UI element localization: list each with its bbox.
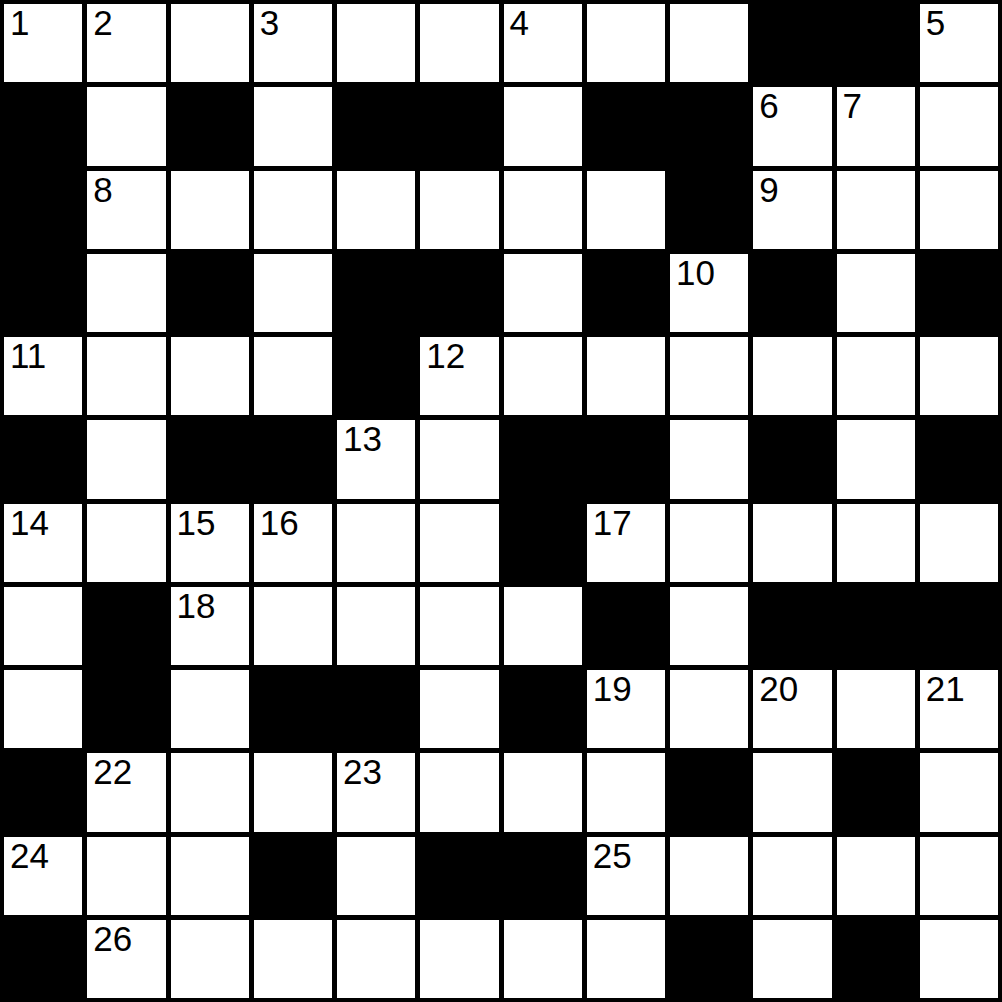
clue-number: 13 bbox=[343, 421, 382, 456]
cell-r5-c2[interactable] bbox=[87, 337, 165, 415]
cell-r6-c4-block bbox=[254, 420, 332, 498]
cell-r5-c7[interactable] bbox=[504, 337, 582, 415]
cell-r3-c1-block bbox=[4, 171, 82, 249]
cell-r11-c2[interactable] bbox=[87, 837, 165, 915]
cell-r9-c6[interactable] bbox=[420, 670, 498, 748]
cell-r3-c12[interactable] bbox=[920, 171, 998, 249]
cell-r11-c6-block bbox=[420, 837, 498, 915]
cell-r8-c11-block bbox=[837, 587, 915, 665]
cell-r12-c8[interactable] bbox=[587, 920, 665, 998]
cell-r11-c4-block bbox=[254, 837, 332, 915]
cell-r11-c11[interactable] bbox=[837, 837, 915, 915]
cell-r1-c3[interactable] bbox=[171, 4, 249, 82]
cell-r7-c1[interactable]: 14 bbox=[4, 504, 82, 582]
cell-r3-c11[interactable] bbox=[837, 171, 915, 249]
cell-r9-c1[interactable] bbox=[4, 670, 82, 748]
cell-r4-c12-block bbox=[920, 254, 998, 332]
cell-r7-c3[interactable]: 15 bbox=[171, 504, 249, 582]
clue-number: 22 bbox=[93, 754, 132, 789]
cell-r6-c7-block bbox=[504, 420, 582, 498]
cell-r7-c10[interactable] bbox=[753, 504, 831, 582]
cell-r2-c9-block bbox=[670, 87, 748, 165]
cell-r8-c2-block bbox=[87, 587, 165, 665]
cell-r6-c3-block bbox=[171, 420, 249, 498]
cell-r6-c11[interactable] bbox=[837, 420, 915, 498]
cell-r10-c1-block bbox=[4, 753, 82, 831]
cell-r7-c11[interactable] bbox=[837, 504, 915, 582]
cell-r7-c9[interactable] bbox=[670, 504, 748, 582]
cell-r3-c5[interactable] bbox=[337, 171, 415, 249]
clue-number: 19 bbox=[593, 671, 632, 706]
cell-r1-c8[interactable] bbox=[587, 4, 665, 82]
cell-r5-c4[interactable] bbox=[254, 337, 332, 415]
clue-number: 20 bbox=[759, 671, 798, 706]
cell-r6-c6[interactable] bbox=[420, 420, 498, 498]
cell-r12-c9-block bbox=[670, 920, 748, 998]
cell-r9-c5-block bbox=[337, 670, 415, 748]
cell-r5-c6[interactable]: 12 bbox=[420, 337, 498, 415]
cell-r8-c8-block bbox=[587, 587, 665, 665]
cell-r7-c2[interactable] bbox=[87, 504, 165, 582]
cell-r3-c10[interactable]: 9 bbox=[753, 171, 831, 249]
cell-r9-c11[interactable] bbox=[837, 670, 915, 748]
cell-r2-c11[interactable]: 7 bbox=[837, 87, 915, 165]
cell-r3-c9-block bbox=[670, 171, 748, 249]
cell-r4-c10-block bbox=[753, 254, 831, 332]
clue-number: 7 bbox=[843, 88, 862, 123]
clue-number: 17 bbox=[593, 505, 632, 540]
cell-r1-c11-block bbox=[837, 4, 915, 82]
cell-r4-c9[interactable]: 10 bbox=[670, 254, 748, 332]
cell-r10-c11-block bbox=[837, 753, 915, 831]
cell-r9-c9[interactable] bbox=[670, 670, 748, 748]
cell-r10-c5[interactable]: 23 bbox=[337, 753, 415, 831]
cell-r9-c8[interactable]: 19 bbox=[587, 670, 665, 748]
cell-r9-c12[interactable]: 21 bbox=[920, 670, 998, 748]
cell-r3-c2[interactable]: 8 bbox=[87, 171, 165, 249]
cell-r1-c2[interactable]: 2 bbox=[87, 4, 165, 82]
cell-r8-c4[interactable] bbox=[254, 587, 332, 665]
cell-r7-c4[interactable]: 16 bbox=[254, 504, 332, 582]
clue-number: 3 bbox=[260, 5, 279, 40]
cell-r4-c11[interactable] bbox=[837, 254, 915, 332]
cell-r1-c1[interactable]: 1 bbox=[4, 4, 82, 82]
cell-r10-c8[interactable] bbox=[587, 753, 665, 831]
clue-number: 6 bbox=[759, 88, 778, 123]
clue-number: 5 bbox=[926, 5, 945, 40]
cell-r8-c3[interactable]: 18 bbox=[171, 587, 249, 665]
cell-r9-c10[interactable]: 20 bbox=[753, 670, 831, 748]
cell-r10-c12[interactable] bbox=[920, 753, 998, 831]
clue-number: 14 bbox=[10, 505, 49, 540]
cell-r4-c4[interactable] bbox=[254, 254, 332, 332]
cell-r1-c9[interactable] bbox=[670, 4, 748, 82]
clue-number: 18 bbox=[177, 588, 216, 623]
cell-r7-c8[interactable]: 17 bbox=[587, 504, 665, 582]
cell-r1-c12[interactable]: 5 bbox=[920, 4, 998, 82]
cell-r2-c12[interactable] bbox=[920, 87, 998, 165]
cell-r3-c6[interactable] bbox=[420, 171, 498, 249]
clue-number: 12 bbox=[426, 338, 465, 373]
cell-r2-c5-block bbox=[337, 87, 415, 165]
cell-r5-c9[interactable] bbox=[670, 337, 748, 415]
cell-r7-c7-block bbox=[504, 504, 582, 582]
cell-r2-c3-block bbox=[171, 87, 249, 165]
cell-r11-c12[interactable] bbox=[920, 837, 998, 915]
cell-r4-c1-block bbox=[4, 254, 82, 332]
cell-r12-c11-block bbox=[837, 920, 915, 998]
clue-number: 11 bbox=[10, 338, 46, 373]
cell-r1-c4[interactable]: 3 bbox=[254, 4, 332, 82]
cell-r2-c10[interactable]: 6 bbox=[753, 87, 831, 165]
cell-r10-c4[interactable] bbox=[254, 753, 332, 831]
cell-r10-c10[interactable] bbox=[753, 753, 831, 831]
cell-r8-c7[interactable] bbox=[504, 587, 582, 665]
cell-r11-c7-block bbox=[504, 837, 582, 915]
cell-r3-c3[interactable] bbox=[171, 171, 249, 249]
cell-r12-c1-block bbox=[4, 920, 82, 998]
cell-r3-c4[interactable] bbox=[254, 171, 332, 249]
cell-r12-c5[interactable] bbox=[337, 920, 415, 998]
cell-r9-c3[interactable] bbox=[171, 670, 249, 748]
cell-r4-c3-block bbox=[171, 254, 249, 332]
cell-r6-c10-block bbox=[753, 420, 831, 498]
cell-r8-c1[interactable] bbox=[4, 587, 82, 665]
cell-r12-c12[interactable] bbox=[920, 920, 998, 998]
cell-r11-c1[interactable]: 24 bbox=[4, 837, 82, 915]
cell-r1-c5[interactable] bbox=[337, 4, 415, 82]
cell-r5-c12[interactable] bbox=[920, 337, 998, 415]
cell-r5-c5-block bbox=[337, 337, 415, 415]
cell-r1-c6[interactable] bbox=[420, 4, 498, 82]
clue-number: 25 bbox=[593, 838, 632, 873]
cell-r3-c7[interactable] bbox=[504, 171, 582, 249]
clue-number: 15 bbox=[177, 505, 216, 540]
cell-r4-c5-block bbox=[337, 254, 415, 332]
cell-r10-c2[interactable]: 22 bbox=[87, 753, 165, 831]
cell-r10-c9-block bbox=[670, 753, 748, 831]
cell-r9-c7-block bbox=[504, 670, 582, 748]
cell-r6-c9[interactable] bbox=[670, 420, 748, 498]
cell-r11-c3[interactable] bbox=[171, 837, 249, 915]
cell-r3-c8[interactable] bbox=[587, 171, 665, 249]
clue-number: 9 bbox=[759, 172, 778, 207]
clue-number: 4 bbox=[510, 5, 529, 40]
cell-r5-c11[interactable] bbox=[837, 337, 915, 415]
cell-r8-c9[interactable] bbox=[670, 587, 748, 665]
cell-r8-c12-block bbox=[920, 587, 998, 665]
clue-number: 21 bbox=[926, 671, 965, 706]
cell-r4-c2[interactable] bbox=[87, 254, 165, 332]
cell-r6-c1-block bbox=[4, 420, 82, 498]
cell-r10-c3[interactable] bbox=[171, 753, 249, 831]
cell-r5-c10[interactable] bbox=[753, 337, 831, 415]
cell-r8-c6[interactable] bbox=[420, 587, 498, 665]
cell-r12-c2[interactable]: 26 bbox=[87, 920, 165, 998]
cell-r4-c7[interactable] bbox=[504, 254, 582, 332]
clue-number: 24 bbox=[10, 838, 49, 873]
cell-r6-c12-block bbox=[920, 420, 998, 498]
cell-r8-c5[interactable] bbox=[337, 587, 415, 665]
cell-r1-c7[interactable]: 4 bbox=[504, 4, 582, 82]
cell-r10-c7[interactable] bbox=[504, 753, 582, 831]
cell-r2-c8-block bbox=[587, 87, 665, 165]
cell-r2-c1-block bbox=[4, 87, 82, 165]
cell-r9-c4-block bbox=[254, 670, 332, 748]
crossword-grid: 1234567891011121314151617181920212223242… bbox=[0, 0, 1002, 1002]
cell-r6-c8-block bbox=[587, 420, 665, 498]
cell-r2-c7[interactable] bbox=[504, 87, 582, 165]
cell-r11-c10[interactable] bbox=[753, 837, 831, 915]
clue-number: 2 bbox=[93, 5, 112, 40]
cell-r7-c6[interactable] bbox=[420, 504, 498, 582]
cell-r5-c3[interactable] bbox=[171, 337, 249, 415]
cell-r5-c1[interactable]: 11 bbox=[4, 337, 82, 415]
cell-r9-c2-block bbox=[87, 670, 165, 748]
cell-r12-c3[interactable] bbox=[171, 920, 249, 998]
clue-number: 23 bbox=[343, 754, 382, 789]
cell-r11-c9[interactable] bbox=[670, 837, 748, 915]
cell-r2-c6-block bbox=[420, 87, 498, 165]
cell-r10-c6[interactable] bbox=[420, 753, 498, 831]
cell-r5-c8[interactable] bbox=[587, 337, 665, 415]
cell-r6-c2[interactable] bbox=[87, 420, 165, 498]
cell-r2-c4[interactable] bbox=[254, 87, 332, 165]
cell-r12-c7[interactable] bbox=[504, 920, 582, 998]
cell-r2-c2[interactable] bbox=[87, 87, 165, 165]
cell-r12-c4[interactable] bbox=[254, 920, 332, 998]
cell-r11-c8[interactable]: 25 bbox=[587, 837, 665, 915]
cell-r1-c10-block bbox=[753, 4, 831, 82]
cell-r8-c10-block bbox=[753, 587, 831, 665]
cell-r11-c5[interactable] bbox=[337, 837, 415, 915]
cell-r7-c12[interactable] bbox=[920, 504, 998, 582]
clue-number: 26 bbox=[93, 921, 132, 956]
cell-r4-c8-block bbox=[587, 254, 665, 332]
cell-r4-c6-block bbox=[420, 254, 498, 332]
clue-number: 10 bbox=[676, 255, 715, 290]
cell-r12-c10[interactable] bbox=[753, 920, 831, 998]
cell-r6-c5[interactable]: 13 bbox=[337, 420, 415, 498]
cell-r12-c6[interactable] bbox=[420, 920, 498, 998]
clue-number: 16 bbox=[260, 505, 299, 540]
clue-number: 8 bbox=[93, 172, 112, 207]
cell-r7-c5[interactable] bbox=[337, 504, 415, 582]
clue-number: 1 bbox=[10, 5, 29, 40]
